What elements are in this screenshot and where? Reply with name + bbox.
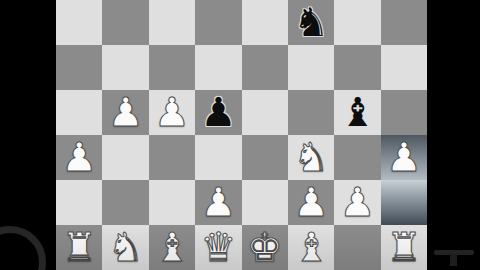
chess-board: ♞♟♟♟♝♟♞♟♟♟♟♜♞♝♛♚♝♜ [56,0,427,270]
white-knight: ♞ [293,137,329,177]
black-knight: ♞ [293,2,329,42]
square-b3[interactable] [102,135,148,180]
white-pawn: ♟ [386,137,422,177]
square-f5[interactable] [288,45,334,90]
square-e1[interactable]: ♚ [242,225,288,270]
square-a2[interactable] [56,180,102,225]
square-b2[interactable] [102,180,148,225]
square-f2[interactable]: ♟ [288,180,334,225]
square-g5[interactable] [334,45,380,90]
square-d5[interactable] [195,45,241,90]
square-h3[interactable]: ♟ [381,135,427,180]
square-h1[interactable]: ♜ [381,225,427,270]
square-g6[interactable] [334,0,380,45]
square-a4[interactable] [56,90,102,135]
square-e4[interactable] [242,90,288,135]
square-d4[interactable]: ♟ [195,90,241,135]
square-f1[interactable]: ♝ [288,225,334,270]
square-d3[interactable] [195,135,241,180]
square-a1[interactable]: ♜ [56,225,102,270]
square-c2[interactable] [149,180,195,225]
white-pawn: ♟ [340,182,376,222]
square-g3[interactable] [334,135,380,180]
square-f3[interactable]: ♞ [288,135,334,180]
left-letterbox [0,0,56,270]
white-pawn: ♟ [61,137,97,177]
black-bishop: ♝ [340,92,376,132]
square-d6[interactable] [195,0,241,45]
square-g2[interactable]: ♟ [334,180,380,225]
square-e3[interactable] [242,135,288,180]
square-c6[interactable] [149,0,195,45]
background-text-sliver-right [434,250,474,264]
square-e2[interactable] [242,180,288,225]
white-knight: ♞ [108,227,144,267]
square-c3[interactable] [149,135,195,180]
square-h4[interactable] [381,90,427,135]
background-text-sliver-left [0,226,46,270]
square-g4[interactable]: ♝ [334,90,380,135]
square-a3[interactable]: ♟ [56,135,102,180]
white-pawn: ♟ [154,92,190,132]
square-b5[interactable] [102,45,148,90]
white-pawn: ♟ [293,182,329,222]
black-pawn: ♟ [200,92,236,132]
square-a5[interactable] [56,45,102,90]
white-bishop: ♝ [154,227,190,267]
white-king: ♚ [247,227,283,267]
square-c1[interactable]: ♝ [149,225,195,270]
square-f6[interactable]: ♞ [288,0,334,45]
white-rook: ♜ [61,227,97,267]
white-queen: ♛ [200,227,236,267]
square-c5[interactable] [149,45,195,90]
square-c4[interactable]: ♟ [149,90,195,135]
square-b6[interactable] [102,0,148,45]
right-letterbox [427,0,480,270]
square-h6[interactable] [381,0,427,45]
square-f4[interactable] [288,90,334,135]
square-e5[interactable] [242,45,288,90]
square-e6[interactable] [242,0,288,45]
square-d2[interactable]: ♟ [195,180,241,225]
white-bishop: ♝ [293,227,329,267]
square-h2[interactable] [381,180,427,225]
white-rook: ♜ [386,227,422,267]
square-d1[interactable]: ♛ [195,225,241,270]
square-g1[interactable] [334,225,380,270]
square-a6[interactable] [56,0,102,45]
square-h5[interactable] [381,45,427,90]
square-b4[interactable]: ♟ [102,90,148,135]
video-frame: ♞♟♟♟♝♟♞♟♟♟♟♜♞♝♛♚♝♜ [0,0,480,270]
white-pawn: ♟ [200,182,236,222]
square-b1[interactable]: ♞ [102,225,148,270]
white-pawn: ♟ [108,92,144,132]
